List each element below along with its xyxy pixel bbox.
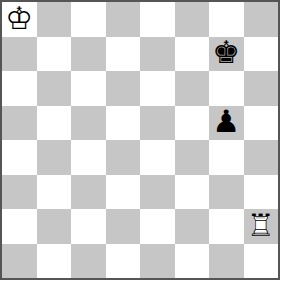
square-h2[interactable]: ♜♖ [244, 209, 279, 244]
square-c7[interactable] [71, 37, 106, 72]
square-h5[interactable] [244, 106, 279, 141]
square-b1[interactable] [37, 244, 72, 279]
square-a3[interactable] [2, 175, 37, 210]
square-d7[interactable] [106, 37, 141, 72]
square-c4[interactable] [71, 140, 106, 175]
square-g7[interactable]: ♚ [209, 37, 244, 72]
square-f5[interactable] [175, 106, 210, 141]
square-h1[interactable] [244, 244, 279, 279]
square-g4[interactable] [209, 140, 244, 175]
square-c6[interactable] [71, 71, 106, 106]
square-a5[interactable] [2, 106, 37, 141]
square-b2[interactable] [37, 209, 72, 244]
square-e6[interactable] [140, 71, 175, 106]
square-d8[interactable] [106, 2, 141, 37]
square-a4[interactable] [2, 140, 37, 175]
square-f1[interactable] [175, 244, 210, 279]
square-e1[interactable] [140, 244, 175, 279]
piece-glyph: ♚ [211, 37, 242, 68]
square-f4[interactable] [175, 140, 210, 175]
square-b6[interactable] [37, 71, 72, 106]
piece-white-king[interactable]: ♚♔ [4, 3, 35, 36]
square-b5[interactable] [37, 106, 72, 141]
square-c1[interactable] [71, 244, 106, 279]
square-a8[interactable]: ♚♔ [2, 2, 37, 37]
piece-glyph: ♖ [245, 210, 276, 241]
square-g6[interactable] [209, 71, 244, 106]
piece-glyph: ♔ [4, 3, 35, 34]
square-c2[interactable] [71, 209, 106, 244]
square-e4[interactable] [140, 140, 175, 175]
square-e2[interactable] [140, 209, 175, 244]
square-g3[interactable] [209, 175, 244, 210]
square-g8[interactable] [209, 2, 244, 37]
square-g1[interactable] [209, 244, 244, 279]
piece-white-rook[interactable]: ♜♖ [245, 210, 276, 243]
square-h8[interactable] [244, 2, 279, 37]
square-b3[interactable] [37, 175, 72, 210]
chess-board: ♚♔♚♟♜♖ [0, 0, 280, 280]
square-e5[interactable] [140, 106, 175, 141]
square-d6[interactable] [106, 71, 141, 106]
square-d2[interactable] [106, 209, 141, 244]
square-h4[interactable] [244, 140, 279, 175]
square-d5[interactable] [106, 106, 141, 141]
piece-glyph: ♟ [211, 106, 242, 137]
square-f6[interactable] [175, 71, 210, 106]
square-g5[interactable]: ♟ [209, 106, 244, 141]
square-d1[interactable] [106, 244, 141, 279]
chessboard-container: ♚♔♚♟♜♖ [0, 0, 280, 280]
square-h7[interactable] [244, 37, 279, 72]
square-e7[interactable] [140, 37, 175, 72]
square-a7[interactable] [2, 37, 37, 72]
square-h6[interactable] [244, 71, 279, 106]
square-d3[interactable] [106, 175, 141, 210]
square-f7[interactable] [175, 37, 210, 72]
square-e3[interactable] [140, 175, 175, 210]
square-h3[interactable] [244, 175, 279, 210]
square-b8[interactable] [37, 2, 72, 37]
piece-black-king[interactable]: ♚ [211, 37, 242, 70]
square-d4[interactable] [106, 140, 141, 175]
square-b4[interactable] [37, 140, 72, 175]
square-g2[interactable] [209, 209, 244, 244]
square-b7[interactable] [37, 37, 72, 72]
square-c5[interactable] [71, 106, 106, 141]
square-c8[interactable] [71, 2, 106, 37]
piece-black-pawn[interactable]: ♟ [211, 106, 242, 139]
square-f2[interactable] [175, 209, 210, 244]
square-e8[interactable] [140, 2, 175, 37]
square-a2[interactable] [2, 209, 37, 244]
square-a6[interactable] [2, 71, 37, 106]
square-a1[interactable] [2, 244, 37, 279]
square-f3[interactable] [175, 175, 210, 210]
square-f8[interactable] [175, 2, 210, 37]
square-c3[interactable] [71, 175, 106, 210]
